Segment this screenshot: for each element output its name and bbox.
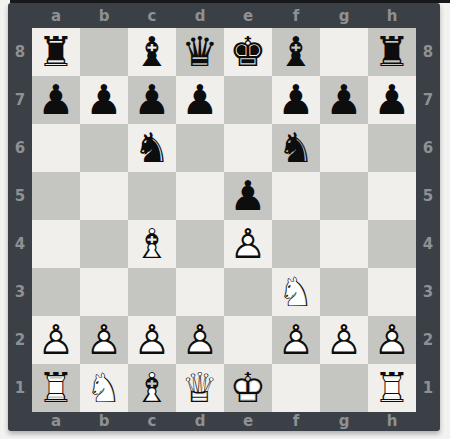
file-label-f: f	[272, 3, 320, 28]
file-label-b: b	[80, 412, 128, 431]
piece-white-pawn[interactable]: ♟♙	[80, 316, 128, 364]
file-label-c: c	[128, 412, 176, 431]
piece-black-pawn[interactable]: ♟	[368, 76, 416, 124]
square-f1[interactable]	[272, 364, 320, 412]
square-a5[interactable]	[32, 172, 80, 220]
piece-black-pawn[interactable]: ♟	[224, 172, 272, 220]
square-e7[interactable]	[224, 76, 272, 124]
square-b4[interactable]	[80, 220, 128, 268]
square-d4[interactable]	[176, 220, 224, 268]
piece-black-pawn[interactable]: ♟	[128, 76, 176, 124]
square-a4[interactable]	[32, 220, 80, 268]
square-h5[interactable]	[368, 172, 416, 220]
square-d7[interactable]: ♟	[176, 76, 224, 124]
square-e8[interactable]: ♚	[224, 28, 272, 76]
piece-white-pawn[interactable]: ♟♙	[320, 316, 368, 364]
square-f8[interactable]: ♝	[272, 28, 320, 76]
chess-board: ♜♝♛♚♝♜♟♟♟♟♟♟♟♞♞♟♝♗♟♙♞♘♟♙♟♙♟♙♟♙♟♙♟♙♟♙♜♖♞♘…	[32, 28, 416, 412]
square-c8[interactable]: ♝	[128, 28, 176, 76]
file-labels-top: abcdefgh	[32, 3, 416, 28]
piece-white-knight[interactable]: ♞♘	[80, 364, 128, 412]
square-g4[interactable]	[320, 220, 368, 268]
rank-labels-right: 87654321	[416, 28, 440, 412]
piece-outline-layer: ♙	[224, 220, 272, 268]
square-g8[interactable]	[320, 28, 368, 76]
piece-white-pawn[interactable]: ♟♙	[224, 220, 272, 268]
square-f6[interactable]: ♞	[272, 124, 320, 172]
file-label-c: c	[128, 3, 176, 28]
file-labels-bottom: abcdefgh	[32, 412, 416, 431]
piece-outline-layer: ♖	[32, 364, 80, 412]
square-d5[interactable]	[176, 172, 224, 220]
piece-glyph: ♞	[272, 124, 320, 172]
square-e5[interactable]: ♟	[224, 172, 272, 220]
rank-label-4: 4	[8, 220, 32, 268]
rank-label-8: 8	[8, 28, 32, 76]
rank-label-7: 7	[8, 76, 32, 124]
piece-glyph: ♟	[176, 76, 224, 124]
rank-labels-left: 87654321	[8, 28, 32, 412]
square-a6[interactable]	[32, 124, 80, 172]
piece-white-pawn[interactable]: ♟♙	[368, 316, 416, 364]
square-c6[interactable]: ♞	[128, 124, 176, 172]
square-f3[interactable]: ♞♘	[272, 268, 320, 316]
piece-white-bishop[interactable]: ♝♗	[128, 364, 176, 412]
piece-glyph: ♜	[32, 28, 80, 76]
piece-glyph: ♟	[320, 76, 368, 124]
chessboard-app: abcdefgh 87654321 87654321 abcdefgh ♜♝♛♚…	[0, 0, 450, 439]
square-a3[interactable]	[32, 268, 80, 316]
piece-white-pawn[interactable]: ♟♙	[272, 316, 320, 364]
square-d6[interactable]	[176, 124, 224, 172]
square-e2[interactable]	[224, 316, 272, 364]
square-g6[interactable]	[320, 124, 368, 172]
piece-glyph: ♟	[224, 172, 272, 220]
piece-glyph: ♜	[368, 28, 416, 76]
square-a2[interactable]: ♟♙	[32, 316, 80, 364]
piece-glyph: ♛	[176, 28, 224, 76]
square-b8[interactable]	[80, 28, 128, 76]
piece-glyph: ♝	[272, 28, 320, 76]
square-b2[interactable]: ♟♙	[80, 316, 128, 364]
piece-glyph: ♝	[128, 28, 176, 76]
square-g7[interactable]: ♟	[320, 76, 368, 124]
rank-label-5: 5	[8, 172, 32, 220]
square-c5[interactable]	[128, 172, 176, 220]
piece-black-rook[interactable]: ♜	[368, 28, 416, 76]
file-label-b: b	[80, 3, 128, 28]
piece-black-knight[interactable]: ♞	[128, 124, 176, 172]
board-frame: abcdefgh 87654321 87654321 abcdefgh ♜♝♛♚…	[8, 3, 440, 431]
piece-black-pawn[interactable]: ♟	[80, 76, 128, 124]
piece-white-pawn[interactable]: ♟♙	[128, 316, 176, 364]
rank-label-6: 6	[8, 124, 32, 172]
square-h8[interactable]: ♜	[368, 28, 416, 76]
rank-label-6: 6	[416, 124, 440, 172]
file-label-f: f	[272, 412, 320, 431]
square-b7[interactable]: ♟	[80, 76, 128, 124]
square-c2[interactable]: ♟♙	[128, 316, 176, 364]
rank-label-2: 2	[8, 316, 32, 364]
file-label-e: e	[224, 3, 272, 28]
square-c4[interactable]: ♝♗	[128, 220, 176, 268]
square-b6[interactable]	[80, 124, 128, 172]
square-h4[interactable]	[368, 220, 416, 268]
square-b3[interactable]	[80, 268, 128, 316]
rank-label-1: 1	[8, 364, 32, 412]
rank-label-4: 4	[416, 220, 440, 268]
piece-glyph: ♟	[32, 76, 80, 124]
piece-black-pawn[interactable]: ♟	[272, 76, 320, 124]
file-label-h: h	[368, 3, 416, 28]
piece-white-king[interactable]: ♚♔	[224, 364, 272, 412]
piece-white-rook[interactable]: ♜♖	[368, 364, 416, 412]
file-label-a: a	[32, 412, 80, 431]
square-g2[interactable]: ♟♙	[320, 316, 368, 364]
piece-glyph: ♟	[80, 76, 128, 124]
square-e6[interactable]	[224, 124, 272, 172]
piece-white-pawn[interactable]: ♟♙	[176, 316, 224, 364]
square-g3[interactable]	[320, 268, 368, 316]
piece-black-king[interactable]: ♚	[224, 28, 272, 76]
file-label-g: g	[320, 3, 368, 28]
piece-white-queen[interactable]: ♛♕	[176, 364, 224, 412]
square-d1[interactable]: ♛♕	[176, 364, 224, 412]
piece-outline-layer: ♙	[32, 316, 80, 364]
rank-label-7: 7	[416, 76, 440, 124]
piece-black-pawn[interactable]: ♟	[320, 76, 368, 124]
square-c7[interactable]: ♟	[128, 76, 176, 124]
square-d8[interactable]: ♛	[176, 28, 224, 76]
piece-outline-layer: ♙	[368, 316, 416, 364]
square-h2[interactable]: ♟♙	[368, 316, 416, 364]
square-h1[interactable]: ♜♖	[368, 364, 416, 412]
piece-outline-layer: ♗	[128, 364, 176, 412]
file-label-d: d	[176, 3, 224, 28]
piece-glyph: ♟	[128, 76, 176, 124]
square-g5[interactable]	[320, 172, 368, 220]
piece-outline-layer: ♖	[368, 364, 416, 412]
piece-outline-layer: ♙	[80, 316, 128, 364]
piece-outline-layer: ♗	[128, 220, 176, 268]
piece-outline-layer: ♙	[272, 316, 320, 364]
square-f2[interactable]: ♟♙	[272, 316, 320, 364]
square-d2[interactable]: ♟♙	[176, 316, 224, 364]
square-a8[interactable]: ♜	[32, 28, 80, 76]
piece-outline-layer: ♕	[176, 364, 224, 412]
square-f4[interactable]	[272, 220, 320, 268]
piece-black-pawn[interactable]: ♟	[176, 76, 224, 124]
piece-black-bishop[interactable]: ♝	[128, 28, 176, 76]
file-label-g: g	[320, 412, 368, 431]
file-label-h: h	[368, 412, 416, 431]
piece-white-bishop[interactable]: ♝♗	[128, 220, 176, 268]
piece-glyph: ♞	[128, 124, 176, 172]
piece-outline-layer: ♙	[176, 316, 224, 364]
piece-white-rook[interactable]: ♜♖	[32, 364, 80, 412]
square-g1[interactable]	[320, 364, 368, 412]
rank-label-3: 3	[8, 268, 32, 316]
piece-black-knight[interactable]: ♞	[272, 124, 320, 172]
square-f5[interactable]	[272, 172, 320, 220]
square-h3[interactable]	[368, 268, 416, 316]
square-h7[interactable]: ♟	[368, 76, 416, 124]
piece-outline-layer: ♘	[80, 364, 128, 412]
square-b1[interactable]: ♞♘	[80, 364, 128, 412]
rank-label-8: 8	[416, 28, 440, 76]
piece-black-rook[interactable]: ♜	[32, 28, 80, 76]
square-c3[interactable]	[128, 268, 176, 316]
piece-glyph: ♟	[368, 76, 416, 124]
piece-black-bishop[interactable]: ♝	[272, 28, 320, 76]
piece-outline-layer: ♙	[128, 316, 176, 364]
square-c1[interactable]: ♝♗	[128, 364, 176, 412]
piece-white-knight[interactable]: ♞♘	[272, 268, 320, 316]
square-a7[interactable]: ♟	[32, 76, 80, 124]
square-e3[interactable]	[224, 268, 272, 316]
square-d3[interactable]	[176, 268, 224, 316]
piece-black-pawn[interactable]: ♟	[32, 76, 80, 124]
piece-outline-layer: ♘	[272, 268, 320, 316]
piece-black-queen[interactable]: ♛	[176, 28, 224, 76]
square-e4[interactable]: ♟♙	[224, 220, 272, 268]
rank-label-1: 1	[416, 364, 440, 412]
piece-outline-layer: ♙	[320, 316, 368, 364]
rank-label-5: 5	[416, 172, 440, 220]
piece-outline-layer: ♔	[224, 364, 272, 412]
square-a1[interactable]: ♜♖	[32, 364, 80, 412]
square-f7[interactable]: ♟	[272, 76, 320, 124]
piece-glyph: ♚	[224, 28, 272, 76]
square-e1[interactable]: ♚♔	[224, 364, 272, 412]
piece-white-pawn[interactable]: ♟♙	[32, 316, 80, 364]
rank-label-2: 2	[416, 316, 440, 364]
piece-glyph: ♟	[272, 76, 320, 124]
rank-label-3: 3	[416, 268, 440, 316]
file-label-d: d	[176, 412, 224, 431]
file-label-a: a	[32, 3, 80, 28]
square-h6[interactable]	[368, 124, 416, 172]
square-b5[interactable]	[80, 172, 128, 220]
file-label-e: e	[224, 412, 272, 431]
